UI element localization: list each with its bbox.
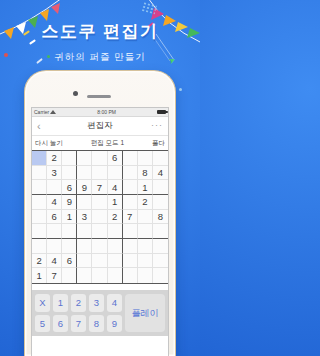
sudoku-cell[interactable]	[92, 254, 107, 269]
digit-key-2[interactable]: 2	[71, 294, 86, 312]
sudoku-cell[interactable]: 3	[77, 210, 92, 225]
page-title: 스도쿠 편집기	[0, 20, 200, 43]
sudoku-cell[interactable]: 6	[108, 151, 123, 166]
sudoku-cell[interactable]	[108, 224, 123, 239]
sudoku-cell[interactable]	[138, 254, 153, 269]
sudoku-cell[interactable]: 1	[62, 210, 77, 225]
sudoku-cell[interactable]	[62, 224, 77, 239]
sudoku-cell[interactable]	[123, 166, 138, 181]
sudoku-cell[interactable]	[77, 151, 92, 166]
sudoku-cell[interactable]	[123, 224, 138, 239]
sudoku-cell[interactable]	[108, 239, 123, 254]
digit-key-6[interactable]: 6	[53, 315, 68, 333]
sudoku-cell[interactable]	[32, 180, 47, 195]
sudoku-cell[interactable]	[32, 195, 47, 210]
clock-label: 8:00 PM	[97, 109, 116, 115]
sudoku-cell[interactable]	[77, 239, 92, 254]
sudoku-cell[interactable]	[77, 166, 92, 181]
sudoku-cell[interactable]	[153, 195, 168, 210]
sudoku-cell[interactable]	[123, 151, 138, 166]
edit-mode-button[interactable]: 편집 모드 1	[91, 139, 124, 148]
play-button[interactable]: 플레이	[125, 294, 165, 332]
sudoku-cell[interactable]	[62, 239, 77, 254]
solve-button[interactable]: 풀다	[152, 139, 165, 148]
sudoku-cell[interactable]	[32, 151, 47, 166]
sudoku-cell[interactable]	[92, 268, 107, 283]
sudoku-cell[interactable]	[153, 151, 168, 166]
phone-mockup: Carrier 8:00 PM ‹ 편집자 ··· 다시 놀기 편집 모드 1 …	[24, 70, 176, 356]
sudoku-cell[interactable]	[123, 239, 138, 254]
nav-bar: ‹ 편집자 ···	[32, 117, 168, 136]
sudoku-cell[interactable]	[32, 210, 47, 225]
sudoku-cell[interactable]	[153, 254, 168, 269]
sudoku-cell[interactable]	[92, 166, 107, 181]
more-button[interactable]: ···	[151, 117, 163, 134]
app-background: { "game": "sudoku", "position": ".2...6.…	[0, 0, 200, 356]
toolbar: 다시 놀기 편집 모드 1 풀다	[32, 136, 168, 150]
sudoku-cell[interactable]	[47, 224, 62, 239]
sudoku-cell[interactable]	[62, 268, 77, 283]
speaker-icon	[87, 95, 111, 98]
replay-button[interactable]: 다시 놀기	[35, 139, 63, 148]
sudoku-cell[interactable]: 3	[47, 166, 62, 181]
sudoku-cell[interactable]: 6	[47, 210, 62, 225]
sudoku-cell[interactable]: 8	[138, 166, 153, 181]
sudoku-cell[interactable]	[77, 195, 92, 210]
sudoku-cell[interactable]: 2	[108, 210, 123, 225]
sudoku-cell[interactable]: 1	[108, 195, 123, 210]
sudoku-cell[interactable]	[92, 210, 107, 225]
sudoku-cell[interactable]: 7	[47, 268, 62, 283]
sudoku-cell[interactable]	[123, 268, 138, 283]
sudoku-cell[interactable]: 8	[153, 210, 168, 225]
sudoku-cell[interactable]	[138, 151, 153, 166]
sudoku-cell[interactable]	[108, 166, 123, 181]
sudoku-cell[interactable]	[32, 166, 47, 181]
sudoku-cell[interactable]	[77, 254, 92, 269]
sudoku-cell[interactable]	[153, 224, 168, 239]
sudoku-cell[interactable]: 2	[47, 151, 62, 166]
sudoku-cell[interactable]	[153, 268, 168, 283]
sudoku-cell[interactable]	[123, 195, 138, 210]
sudoku-cell[interactable]	[32, 224, 47, 239]
sudoku-cell[interactable]: 6	[62, 180, 77, 195]
sudoku-cell[interactable]	[138, 210, 153, 225]
halftone-confetti	[141, 1, 157, 14]
confetti-dot	[179, 88, 182, 91]
sudoku-grid[interactable]: 2638469741491261327824617	[32, 150, 168, 284]
status-bar: Carrier 8:00 PM	[32, 108, 168, 117]
sudoku-cell[interactable]	[108, 254, 123, 269]
sudoku-cell[interactable]	[92, 151, 107, 166]
sudoku-cell[interactable]	[32, 239, 47, 254]
sudoku-cell[interactable]: 4	[108, 180, 123, 195]
sudoku-cell[interactable]: 2	[32, 254, 47, 269]
wifi-icon	[50, 110, 56, 114]
sudoku-cell[interactable]	[123, 254, 138, 269]
sudoku-cell[interactable]: 7	[123, 210, 138, 225]
digit-key-4[interactable]: 4	[107, 294, 122, 312]
sudoku-cell[interactable]	[77, 224, 92, 239]
sudoku-cell[interactable]	[47, 180, 62, 195]
sudoku-cell[interactable]: 4	[47, 195, 62, 210]
sudoku-cell[interactable]	[92, 224, 107, 239]
sudoku-cell[interactable]	[153, 239, 168, 254]
sudoku-cell[interactable]	[92, 239, 107, 254]
sudoku-cell[interactable]: 6	[62, 254, 77, 269]
sudoku-cell[interactable]	[108, 268, 123, 283]
sudoku-cell[interactable]	[62, 151, 77, 166]
digit-key-1[interactable]: 1	[53, 294, 68, 312]
app-screen: Carrier 8:00 PM ‹ 편집자 ··· 다시 놀기 편집 모드 1 …	[31, 107, 169, 356]
carrier-label: Carrier	[34, 109, 49, 115]
digit-key-8[interactable]: 8	[89, 315, 104, 333]
digit-key-5[interactable]: 5	[35, 315, 50, 333]
sudoku-cell[interactable]	[123, 180, 138, 195]
sudoku-cell[interactable]: 1	[32, 268, 47, 283]
sudoku-cell[interactable]	[92, 195, 107, 210]
sudoku-cell[interactable]: 2	[138, 195, 153, 210]
sudoku-cell[interactable]	[47, 239, 62, 254]
sudoku-cell[interactable]	[138, 268, 153, 283]
number-pad: X123456789 플레이	[32, 290, 168, 336]
sudoku-cell[interactable]: 9	[77, 180, 92, 195]
sudoku-cell[interactable]: 4	[153, 166, 168, 181]
sudoku-cell[interactable]: 9	[62, 195, 77, 210]
digit-key-3[interactable]: 3	[89, 294, 104, 312]
back-button[interactable]: ‹	[37, 118, 41, 135]
sudoku-cell[interactable]: 7	[92, 180, 107, 195]
nav-title: 편집자	[87, 120, 113, 132]
sudoku-cell[interactable]	[138, 239, 153, 254]
battery-icon	[157, 110, 166, 114]
camera-icon	[73, 91, 78, 96]
numpad-keys: X123456789	[35, 294, 122, 332]
sudoku-cell[interactable]: 4	[47, 254, 62, 269]
digit-key-7[interactable]: 7	[71, 315, 86, 333]
sudoku-cell[interactable]: 1	[138, 180, 153, 195]
sudoku-cell[interactable]	[138, 224, 153, 239]
erase-key[interactable]: X	[35, 294, 50, 312]
sudoku-cell[interactable]	[77, 268, 92, 283]
page-subtitle: 귀하의 퍼즐 만들기	[0, 51, 200, 64]
sudoku-cell[interactable]	[62, 166, 77, 181]
digit-key-9[interactable]: 9	[107, 315, 122, 333]
sudoku-cell[interactable]	[153, 180, 168, 195]
